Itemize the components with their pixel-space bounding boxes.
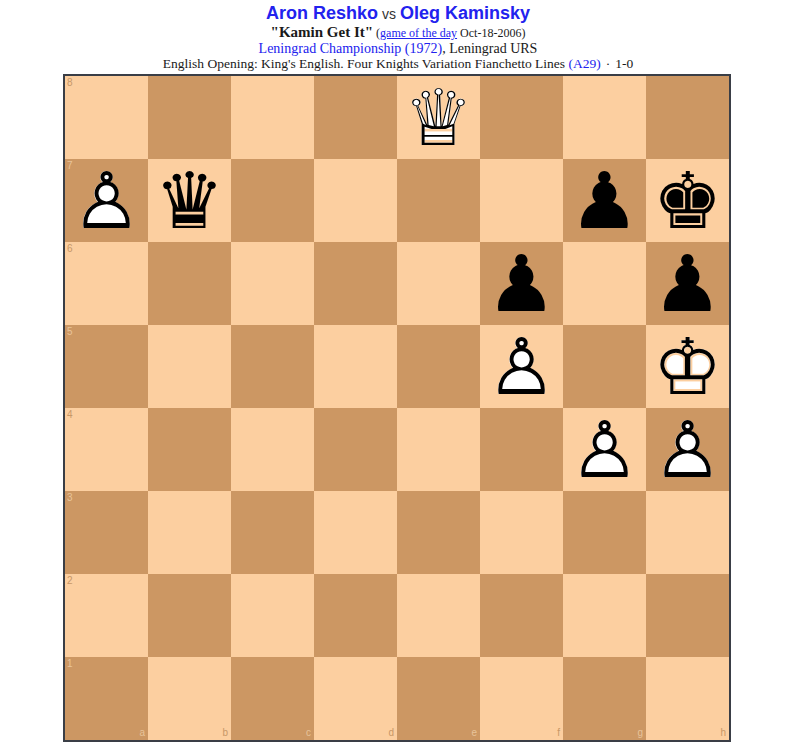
rank-label-3: 3 <box>67 493 73 503</box>
square-b4 <box>148 408 231 491</box>
piece-black-queen: ♛ <box>148 159 231 242</box>
rank-label-2: 2 <box>67 576 73 586</box>
square-f3 <box>480 491 563 574</box>
square-d2 <box>314 574 397 657</box>
square-f1: f <box>480 657 563 740</box>
rank-label-1: 1 <box>67 659 73 669</box>
game-result: 1-0 <box>615 56 633 71</box>
file-label-f: f <box>557 728 560 738</box>
event-line: Leningrad Championship (1972), Leningrad… <box>0 41 796 56</box>
square-h2 <box>646 574 729 657</box>
game-title-line: "Kamin Get It" (game of the day Oct-18-2… <box>0 25 796 41</box>
square-h5: ♚♔ <box>646 325 729 408</box>
square-b5 <box>148 325 231 408</box>
piece-black-king: ♚ <box>646 159 729 242</box>
game-title: "Kamin Get It" <box>271 24 373 40</box>
game-of-the-day-link[interactable]: game of the day <box>380 26 457 40</box>
square-c3 <box>231 491 314 574</box>
square-d7 <box>314 159 397 242</box>
piece-glyph: ♟ <box>646 242 729 325</box>
square-g8 <box>563 76 646 159</box>
square-b7: ♛ <box>148 159 231 242</box>
square-d4 <box>314 408 397 491</box>
square-g7: ♟ <box>563 159 646 242</box>
square-e2 <box>397 574 480 657</box>
piece-outline: ♙ <box>563 408 646 491</box>
square-f8 <box>480 76 563 159</box>
piece-outline: ♙ <box>65 159 148 242</box>
square-a2: 2 <box>65 574 148 657</box>
square-h6: ♟ <box>646 242 729 325</box>
square-g1: g <box>563 657 646 740</box>
square-e4 <box>397 408 480 491</box>
square-g3 <box>563 491 646 574</box>
piece-glyph: ♚ <box>646 159 729 242</box>
white-player-link[interactable]: Aron Reshko <box>266 3 378 23</box>
rank-label-5: 5 <box>67 327 73 337</box>
square-b1: b <box>148 657 231 740</box>
file-label-a: a <box>139 728 145 738</box>
square-g4: ♟♙ <box>563 408 646 491</box>
square-e7 <box>397 159 480 242</box>
square-e6 <box>397 242 480 325</box>
square-d1: d <box>314 657 397 740</box>
players-line: Aron Reshko vs Oleg Kaminsky <box>0 3 796 25</box>
file-label-e: e <box>471 728 477 738</box>
board-area: 8♛♕7♟♙♛♟♚6♟♟5♟♙♚♔4♟♙♟♙321abcdefgh <box>63 74 796 742</box>
square-g6 <box>563 242 646 325</box>
square-h3 <box>646 491 729 574</box>
file-label-c: c <box>306 728 311 738</box>
square-c1: c <box>231 657 314 740</box>
eco-code-link[interactable]: (A29) <box>568 56 600 71</box>
piece-outline: ♔ <box>646 325 729 408</box>
square-b8 <box>148 76 231 159</box>
square-a4: 4 <box>65 408 148 491</box>
piece-black-pawn: ♟ <box>563 159 646 242</box>
piece-white-pawn: ♟♙ <box>563 408 646 491</box>
square-c2 <box>231 574 314 657</box>
piece-black-pawn: ♟ <box>480 242 563 325</box>
piece-glyph: ♛ <box>148 159 231 242</box>
square-a7: 7♟♙ <box>65 159 148 242</box>
square-f4 <box>480 408 563 491</box>
square-b2 <box>148 574 231 657</box>
square-h7: ♚ <box>646 159 729 242</box>
square-c7 <box>231 159 314 242</box>
gotd-date: Oct-18-2006) <box>457 26 525 40</box>
square-a5: 5 <box>65 325 148 408</box>
piece-glyph: ♟ <box>563 159 646 242</box>
square-c6 <box>231 242 314 325</box>
square-h8 <box>646 76 729 159</box>
opening-line: English Opening: King's English. Four Kn… <box>0 56 796 71</box>
square-h4: ♟♙ <box>646 408 729 491</box>
square-c5 <box>231 325 314 408</box>
square-e3 <box>397 491 480 574</box>
square-d5 <box>314 325 397 408</box>
chess-board: 8♛♕7♟♙♛♟♚6♟♟5♟♙♚♔4♟♙♟♙321abcdefgh <box>63 74 731 742</box>
piece-white-pawn: ♟♙ <box>646 408 729 491</box>
piece-white-pawn: ♟♙ <box>65 159 148 242</box>
piece-black-pawn: ♟ <box>646 242 729 325</box>
piece-white-king: ♚♔ <box>646 325 729 408</box>
rank-label-6: 6 <box>67 244 73 254</box>
square-c4 <box>231 408 314 491</box>
rank-label-4: 4 <box>67 410 73 420</box>
piece-outline: ♙ <box>646 408 729 491</box>
square-c8 <box>231 76 314 159</box>
square-a1: 1a <box>65 657 148 740</box>
opening-name: English Opening: King's English. Four Kn… <box>163 56 569 71</box>
file-label-b: b <box>222 728 228 738</box>
square-f6: ♟ <box>480 242 563 325</box>
separator-dot: · <box>601 56 616 71</box>
file-label-g: g <box>637 728 643 738</box>
square-d3 <box>314 491 397 574</box>
piece-white-pawn: ♟♙ <box>480 325 563 408</box>
event-link[interactable]: Leningrad Championship (1972) <box>259 41 443 56</box>
square-a6: 6 <box>65 242 148 325</box>
square-e1: e <box>397 657 480 740</box>
square-a8: 8 <box>65 76 148 159</box>
square-f7 <box>480 159 563 242</box>
square-f2 <box>480 574 563 657</box>
square-g5 <box>563 325 646 408</box>
square-e5 <box>397 325 480 408</box>
square-d8 <box>314 76 397 159</box>
piece-white-queen: ♛♕ <box>397 76 480 159</box>
file-label-h: h <box>720 728 726 738</box>
square-h1: h <box>646 657 729 740</box>
piece-glyph: ♟ <box>480 242 563 325</box>
square-f5: ♟♙ <box>480 325 563 408</box>
rank-label-8: 8 <box>67 78 73 88</box>
piece-outline: ♕ <box>397 76 480 159</box>
event-location: , Leningrad URS <box>442 41 537 56</box>
piece-outline: ♙ <box>480 325 563 408</box>
square-d6 <box>314 242 397 325</box>
square-b6 <box>148 242 231 325</box>
game-header: Aron Reshko vs Oleg Kaminsky "Kamin Get … <box>0 0 796 71</box>
square-b3 <box>148 491 231 574</box>
black-player-link[interactable]: Oleg Kaminsky <box>400 3 530 23</box>
square-e8: ♛♕ <box>397 76 480 159</box>
square-g2 <box>563 574 646 657</box>
file-label-d: d <box>388 728 394 738</box>
vs-label: vs <box>378 6 400 22</box>
square-a3: 3 <box>65 491 148 574</box>
